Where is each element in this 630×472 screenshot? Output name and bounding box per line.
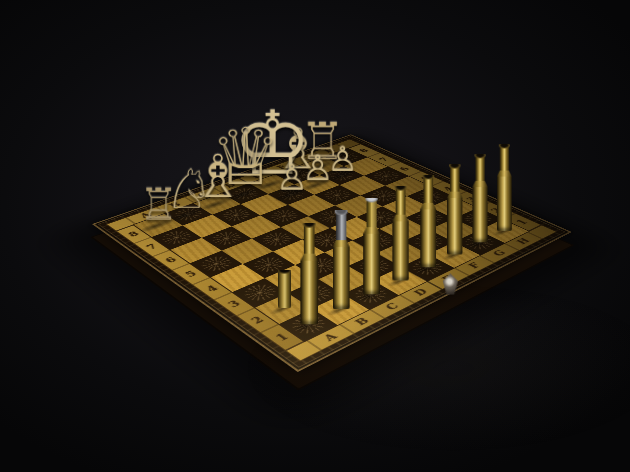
piece-brass-knight-b1 (332, 210, 349, 309)
bullet-cartridge (496, 144, 511, 230)
cartridge-body (472, 187, 487, 242)
cartridge-shoulder (392, 215, 408, 222)
cartridge-neck (475, 154, 484, 181)
bullet-short-casing (277, 270, 291, 308)
cartridge-neck (335, 210, 345, 240)
cartridge-neck (449, 164, 458, 191)
piece-brass-rook-a1 (300, 223, 318, 325)
cartridge-neck (366, 198, 376, 227)
cartridge-neck (423, 175, 433, 203)
bullet-cartridge (362, 198, 379, 295)
cartridge-shoulder (300, 254, 318, 261)
cartridge-body (496, 177, 511, 231)
bullet-cartridge (392, 186, 408, 280)
cartridge-shoulder (496, 171, 511, 177)
cartridge-neck (499, 144, 508, 170)
cartridge-shoulder (332, 240, 349, 247)
bullet-cartridge (300, 223, 318, 325)
cartridge-neck (303, 223, 314, 254)
bullet-cartridge (446, 164, 462, 254)
cartridge-body (362, 234, 379, 295)
chess-board: ABCDEFGHABCDEFGH8765432187654321♖♘♗♕♔♗♖♙… (92, 134, 571, 372)
cartridge-body (446, 198, 462, 255)
cartridge-body (392, 221, 408, 280)
cartridge-shoulder (362, 227, 379, 234)
cartridge-shoulder (419, 203, 435, 209)
cartridge-shoulder (472, 181, 487, 187)
piece-brass-knight-g1 (472, 154, 487, 242)
cartridge-shoulder (446, 192, 462, 198)
piece-brass-bishop-f1 (446, 164, 462, 254)
piece-brass-king-e1 (419, 175, 435, 267)
piece-brass-bishop-c1 (362, 198, 379, 295)
cartridge-neck (395, 186, 405, 215)
photo-stage: ABCDEFGHABCDEFGH8765432187654321♖♘♗♕♔♗♖♙… (0, 0, 630, 472)
bullet-cartridge (419, 175, 435, 267)
latch-holder (442, 273, 459, 294)
cartridge-body (300, 261, 318, 325)
bullet-cartridge (332, 210, 349, 309)
perspective-container: ABCDEFGHABCDEFGH8765432187654321♖♘♗♕♔♗♖♙… (0, 0, 630, 472)
brass-latch (442, 273, 459, 294)
piece-brass-rook-h1 (496, 144, 511, 230)
cartridge-body (419, 209, 435, 267)
bullet-cartridge (472, 154, 487, 242)
piece-brass-queen-d1 (392, 186, 408, 280)
piece-brass-pawn-a2 (277, 270, 291, 308)
cartridge-body (332, 247, 349, 309)
